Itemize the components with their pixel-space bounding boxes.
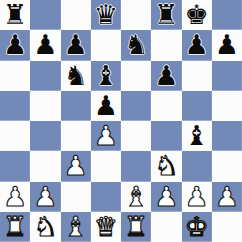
white-bishop[interactable]: ♝ bbox=[64, 212, 88, 242]
square-a1[interactable]: ♜ bbox=[0, 212, 30, 242]
white-rook[interactable]: ♜ bbox=[124, 212, 148, 242]
square-b1[interactable]: ♞ bbox=[30, 212, 60, 242]
square-g1[interactable]: ♚ bbox=[182, 212, 212, 242]
square-c8[interactable] bbox=[61, 0, 91, 30]
square-d7[interactable] bbox=[91, 30, 121, 60]
black-pawn[interactable]: ♟ bbox=[154, 61, 178, 91]
square-g4[interactable]: ♝ bbox=[182, 121, 212, 151]
square-d4[interactable]: ♟ bbox=[91, 121, 121, 151]
square-d1[interactable]: ♛ bbox=[91, 212, 121, 242]
white-rook[interactable]: ♜ bbox=[3, 212, 27, 242]
square-d3[interactable] bbox=[91, 151, 121, 181]
square-h7[interactable]: ♟ bbox=[212, 30, 242, 60]
square-d8[interactable]: ♛ bbox=[91, 0, 121, 30]
chess-board: ♜♛♜♚♟♟♟♞♟♟♞♝♟♟♟♝♟♞♟♟♝♟♟♟♜♞♝♛♜♚ bbox=[0, 0, 242, 242]
square-e4[interactable] bbox=[121, 121, 151, 151]
white-king[interactable]: ♚ bbox=[185, 212, 209, 242]
square-b6[interactable] bbox=[30, 61, 60, 91]
square-d6[interactable]: ♝ bbox=[91, 61, 121, 91]
square-g6[interactable] bbox=[182, 61, 212, 91]
square-h5[interactable] bbox=[212, 91, 242, 121]
square-f2[interactable]: ♟ bbox=[151, 182, 181, 212]
square-b3[interactable] bbox=[30, 151, 60, 181]
black-pawn[interactable]: ♟ bbox=[33, 30, 57, 60]
square-b5[interactable] bbox=[30, 91, 60, 121]
square-c3[interactable]: ♟ bbox=[61, 151, 91, 181]
square-a8[interactable]: ♜ bbox=[0, 0, 30, 30]
square-a2[interactable]: ♟ bbox=[0, 182, 30, 212]
black-rook[interactable]: ♜ bbox=[154, 0, 178, 30]
white-pawn[interactable]: ♟ bbox=[3, 182, 27, 212]
black-pawn[interactable]: ♟ bbox=[3, 30, 27, 60]
square-h6[interactable] bbox=[212, 61, 242, 91]
square-e3[interactable] bbox=[121, 151, 151, 181]
square-h8[interactable] bbox=[212, 0, 242, 30]
black-pawn[interactable]: ♟ bbox=[215, 30, 239, 60]
square-f4[interactable] bbox=[151, 121, 181, 151]
square-g8[interactable]: ♚ bbox=[182, 0, 212, 30]
square-c1[interactable]: ♝ bbox=[61, 212, 91, 242]
square-a6[interactable] bbox=[0, 61, 30, 91]
white-queen[interactable]: ♛ bbox=[94, 212, 118, 242]
square-d2[interactable] bbox=[91, 182, 121, 212]
white-pawn[interactable]: ♟ bbox=[154, 182, 178, 212]
square-e8[interactable] bbox=[121, 0, 151, 30]
square-b7[interactable]: ♟ bbox=[30, 30, 60, 60]
square-f5[interactable] bbox=[151, 91, 181, 121]
white-pawn[interactable]: ♟ bbox=[33, 182, 57, 212]
square-g2[interactable]: ♟ bbox=[182, 182, 212, 212]
square-c6[interactable]: ♞ bbox=[61, 61, 91, 91]
square-e1[interactable]: ♜ bbox=[121, 212, 151, 242]
square-f1[interactable] bbox=[151, 212, 181, 242]
square-f6[interactable]: ♟ bbox=[151, 61, 181, 91]
white-pawn[interactable]: ♟ bbox=[185, 182, 209, 212]
black-knight[interactable]: ♞ bbox=[124, 30, 148, 60]
square-a4[interactable] bbox=[0, 121, 30, 151]
square-b8[interactable] bbox=[30, 0, 60, 30]
black-rook[interactable]: ♜ bbox=[3, 0, 27, 30]
square-c7[interactable]: ♟ bbox=[61, 30, 91, 60]
black-bishop[interactable]: ♝ bbox=[94, 61, 118, 91]
square-c2[interactable] bbox=[61, 182, 91, 212]
square-c5[interactable] bbox=[61, 91, 91, 121]
square-a5[interactable] bbox=[0, 91, 30, 121]
square-e5[interactable] bbox=[121, 91, 151, 121]
square-f3[interactable]: ♞ bbox=[151, 151, 181, 181]
black-bishop[interactable]: ♝ bbox=[185, 121, 209, 151]
white-pawn[interactable]: ♟ bbox=[64, 151, 88, 181]
square-h1[interactable] bbox=[212, 212, 242, 242]
black-queen[interactable]: ♛ bbox=[94, 0, 118, 30]
square-e6[interactable] bbox=[121, 61, 151, 91]
square-h3[interactable] bbox=[212, 151, 242, 181]
white-knight[interactable]: ♞ bbox=[154, 151, 178, 181]
white-bishop[interactable]: ♝ bbox=[124, 182, 148, 212]
white-pawn[interactable]: ♟ bbox=[215, 182, 239, 212]
black-king[interactable]: ♚ bbox=[185, 0, 209, 30]
black-knight[interactable]: ♞ bbox=[64, 61, 88, 91]
black-pawn[interactable]: ♟ bbox=[94, 91, 118, 121]
square-e2[interactable]: ♝ bbox=[121, 182, 151, 212]
square-a7[interactable]: ♟ bbox=[0, 30, 30, 60]
square-d5[interactable]: ♟ bbox=[91, 91, 121, 121]
square-a3[interactable] bbox=[0, 151, 30, 181]
square-f8[interactable]: ♜ bbox=[151, 0, 181, 30]
white-pawn[interactable]: ♟ bbox=[94, 121, 118, 151]
square-g7[interactable]: ♟ bbox=[182, 30, 212, 60]
square-b2[interactable]: ♟ bbox=[30, 182, 60, 212]
square-h2[interactable]: ♟ bbox=[212, 182, 242, 212]
white-knight[interactable]: ♞ bbox=[33, 212, 57, 242]
square-b4[interactable] bbox=[30, 121, 60, 151]
square-h4[interactable] bbox=[212, 121, 242, 151]
square-f7[interactable] bbox=[151, 30, 181, 60]
square-g5[interactable] bbox=[182, 91, 212, 121]
black-pawn[interactable]: ♟ bbox=[64, 30, 88, 60]
square-e7[interactable]: ♞ bbox=[121, 30, 151, 60]
square-c4[interactable] bbox=[61, 121, 91, 151]
square-g3[interactable] bbox=[182, 151, 212, 181]
black-pawn[interactable]: ♟ bbox=[185, 30, 209, 60]
